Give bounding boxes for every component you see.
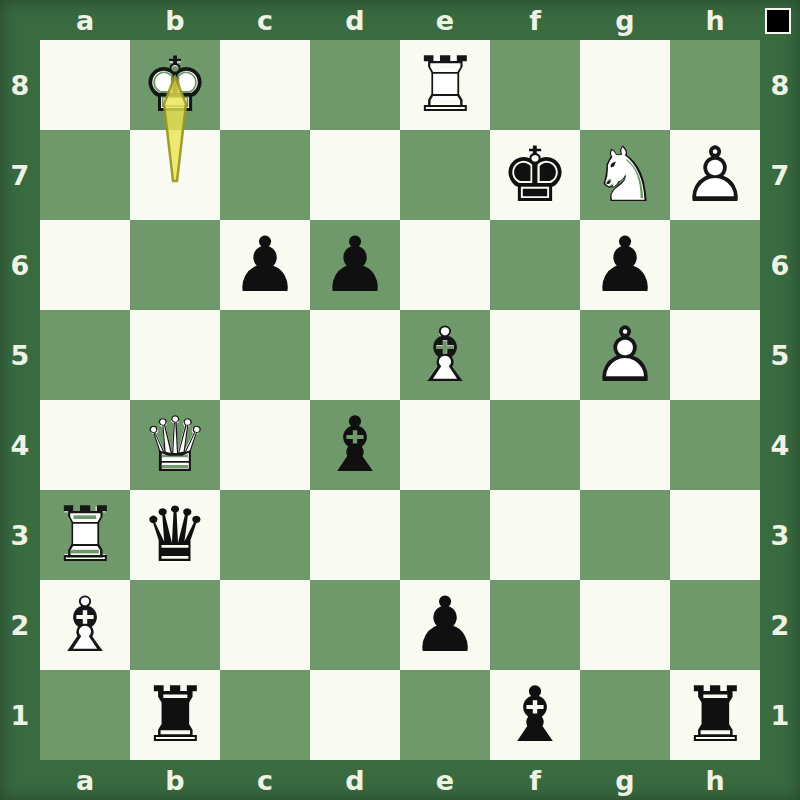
square-f5[interactable] — [490, 310, 580, 400]
file-label-g: g — [580, 760, 670, 800]
white-bishop-outline: ♗ — [40, 580, 130, 670]
square-e6[interactable] — [400, 220, 490, 310]
black-pawn[interactable]: ♟ — [580, 220, 670, 310]
rank-label-2: 2 — [0, 580, 40, 670]
square-f7[interactable]: ♚ — [490, 130, 580, 220]
white-pawn[interactable]: ♟♙ — [580, 310, 670, 400]
square-c1[interactable] — [220, 670, 310, 760]
black-pawn[interactable]: ♟ — [310, 220, 400, 310]
square-e1[interactable] — [400, 670, 490, 760]
rank-label-4: 4 — [0, 400, 40, 490]
file-label-f: f — [490, 760, 580, 800]
square-b2[interactable] — [130, 580, 220, 670]
black-rook[interactable]: ♜ — [670, 670, 760, 760]
square-d4[interactable]: ♝ — [310, 400, 400, 490]
rank-label-4: 4 — [760, 400, 800, 490]
square-g8[interactable] — [580, 40, 670, 130]
square-b7[interactable] — [130, 130, 220, 220]
square-e8[interactable]: ♜♖ — [400, 40, 490, 130]
square-h3[interactable] — [670, 490, 760, 580]
square-d1[interactable] — [310, 670, 400, 760]
square-d7[interactable] — [310, 130, 400, 220]
rank-label-6: 6 — [0, 220, 40, 310]
square-a5[interactable] — [40, 310, 130, 400]
file-label-d: d — [310, 0, 400, 40]
square-h5[interactable] — [670, 310, 760, 400]
white-bishop[interactable]: ♝♗ — [40, 580, 130, 670]
square-f2[interactable] — [490, 580, 580, 670]
rank-label-6: 6 — [760, 220, 800, 310]
square-f8[interactable] — [490, 40, 580, 130]
square-g3[interactable] — [580, 490, 670, 580]
square-d3[interactable] — [310, 490, 400, 580]
square-g5[interactable]: ♟♙ — [580, 310, 670, 400]
file-label-c: c — [220, 0, 310, 40]
square-e2[interactable]: ♟ — [400, 580, 490, 670]
white-knight[interactable]: ♞♘ — [580, 130, 670, 220]
rank-label-7: 7 — [0, 130, 40, 220]
square-a3[interactable]: ♜♖ — [40, 490, 130, 580]
file-label-h: h — [670, 760, 760, 800]
file-label-h: h — [670, 0, 760, 40]
white-bishop-outline: ♗ — [400, 310, 490, 400]
black-pawn[interactable]: ♟ — [220, 220, 310, 310]
square-f6[interactable] — [490, 220, 580, 310]
square-e4[interactable] — [400, 400, 490, 490]
square-f3[interactable] — [490, 490, 580, 580]
square-a7[interactable] — [40, 130, 130, 220]
white-queen[interactable]: ♛♕ — [130, 400, 220, 490]
rank-label-8: 8 — [0, 40, 40, 130]
square-h4[interactable] — [670, 400, 760, 490]
square-g4[interactable] — [580, 400, 670, 490]
black-king[interactable]: ♚ — [490, 130, 580, 220]
square-b8[interactable]: ♚♔ — [130, 40, 220, 130]
rank-label-2: 2 — [760, 580, 800, 670]
white-pawn[interactable]: ♟♙ — [670, 130, 760, 220]
black-to-move-indicator — [765, 8, 791, 34]
chess-board: ♚♔♜♖♚♞♘♟♙♟♟♟♝♗♟♙♛♕♝♜♖♛♝♗♟♜♝♜ — [40, 40, 760, 760]
rank-label-5: 5 — [760, 310, 800, 400]
white-rook-outline: ♖ — [400, 40, 490, 130]
chessboard-frame: abcdefgh abcdefgh 87654321 87654321 ♚♔♜♖… — [0, 0, 800, 800]
square-c7[interactable] — [220, 130, 310, 220]
square-a6[interactable] — [40, 220, 130, 310]
square-e3[interactable] — [400, 490, 490, 580]
file-label-b: b — [130, 0, 220, 40]
file-label-b: b — [130, 760, 220, 800]
square-h8[interactable] — [670, 40, 760, 130]
square-b3[interactable]: ♛ — [130, 490, 220, 580]
white-king-outline: ♔ — [130, 40, 220, 130]
white-pawn-outline: ♙ — [670, 130, 760, 220]
rank-label-1: 1 — [0, 670, 40, 760]
square-f1[interactable]: ♝ — [490, 670, 580, 760]
square-c2[interactable] — [220, 580, 310, 670]
rank-label-3: 3 — [0, 490, 40, 580]
square-b1[interactable]: ♜ — [130, 670, 220, 760]
black-pawn[interactable]: ♟ — [400, 580, 490, 670]
white-rook-outline: ♖ — [40, 490, 130, 580]
square-d8[interactable] — [310, 40, 400, 130]
square-a1[interactable] — [40, 670, 130, 760]
square-c4[interactable] — [220, 400, 310, 490]
rank-label-3: 3 — [760, 490, 800, 580]
rank-labels-left: 87654321 — [0, 40, 40, 760]
square-a4[interactable] — [40, 400, 130, 490]
square-g7[interactable]: ♞♘ — [580, 130, 670, 220]
white-rook[interactable]: ♜♖ — [400, 40, 490, 130]
file-labels-bottom: abcdefgh — [40, 760, 760, 800]
square-h1[interactable]: ♜ — [670, 670, 760, 760]
file-label-c: c — [220, 760, 310, 800]
file-labels-top: abcdefgh — [40, 0, 760, 40]
rank-label-7: 7 — [760, 130, 800, 220]
white-king[interactable]: ♚♔ — [130, 40, 220, 130]
square-g2[interactable] — [580, 580, 670, 670]
square-g1[interactable] — [580, 670, 670, 760]
square-d5[interactable] — [310, 310, 400, 400]
square-c8[interactable] — [220, 40, 310, 130]
file-label-e: e — [400, 760, 490, 800]
white-pawn-outline: ♙ — [580, 310, 670, 400]
square-c3[interactable] — [220, 490, 310, 580]
file-label-a: a — [40, 760, 130, 800]
black-bishop[interactable]: ♝ — [490, 670, 580, 760]
square-g6[interactable]: ♟ — [580, 220, 670, 310]
white-queen-outline: ♕ — [130, 400, 220, 490]
square-b5[interactable] — [130, 310, 220, 400]
rank-label-8: 8 — [760, 40, 800, 130]
square-b6[interactable] — [130, 220, 220, 310]
white-rook[interactable]: ♜♖ — [40, 490, 130, 580]
square-f4[interactable] — [490, 400, 580, 490]
file-label-f: f — [490, 0, 580, 40]
black-bishop[interactable]: ♝ — [310, 400, 400, 490]
square-h2[interactable] — [670, 580, 760, 670]
square-d2[interactable] — [310, 580, 400, 670]
file-label-a: a — [40, 0, 130, 40]
square-d6[interactable]: ♟ — [310, 220, 400, 310]
square-e7[interactable] — [400, 130, 490, 220]
white-knight-outline: ♘ — [580, 130, 670, 220]
square-h7[interactable]: ♟♙ — [670, 130, 760, 220]
square-h6[interactable] — [670, 220, 760, 310]
square-b4[interactable]: ♛♕ — [130, 400, 220, 490]
square-c5[interactable] — [220, 310, 310, 400]
rank-label-5: 5 — [0, 310, 40, 400]
rank-label-1: 1 — [760, 670, 800, 760]
rank-labels-right: 87654321 — [760, 40, 800, 760]
square-e5[interactable]: ♝♗ — [400, 310, 490, 400]
square-c6[interactable]: ♟ — [220, 220, 310, 310]
black-queen[interactable]: ♛ — [130, 490, 220, 580]
square-a8[interactable] — [40, 40, 130, 130]
black-rook[interactable]: ♜ — [130, 670, 220, 760]
square-a2[interactable]: ♝♗ — [40, 580, 130, 670]
white-bishop[interactable]: ♝♗ — [400, 310, 490, 400]
file-label-d: d — [310, 760, 400, 800]
file-label-e: e — [400, 0, 490, 40]
file-label-g: g — [580, 0, 670, 40]
